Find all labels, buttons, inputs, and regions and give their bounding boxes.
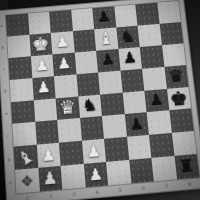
square-g5[interactable] xyxy=(104,137,129,162)
black-rook-h8[interactable]: ♜ xyxy=(178,158,195,176)
square-a1[interactable] xyxy=(6,14,29,37)
square-c5[interactable]: ♟ xyxy=(96,49,120,72)
square-a8[interactable] xyxy=(157,1,181,24)
rank-label-8: 8 xyxy=(178,178,200,190)
black-pawn-a5[interactable]: ♟ xyxy=(97,10,112,26)
square-a7[interactable] xyxy=(135,3,159,26)
white-king-b2[interactable]: ♚ xyxy=(31,34,50,54)
square-f7[interactable] xyxy=(147,111,172,136)
rank-label-6: 6 xyxy=(131,182,155,194)
black-knight-b6[interactable]: ♞ xyxy=(120,29,136,46)
square-b1[interactable] xyxy=(7,35,30,58)
board-corner-logo: ✥ xyxy=(21,173,33,188)
black-pawn-f6[interactable]: ♟ xyxy=(129,116,145,133)
square-h3[interactable] xyxy=(61,164,86,189)
square-f5[interactable] xyxy=(102,114,127,139)
square-g1[interactable]: ♝ xyxy=(14,145,38,170)
black-pawn-c6[interactable]: ♟ xyxy=(122,51,137,67)
black-pawn-c5[interactable]: ♟ xyxy=(100,52,115,68)
black-pawn-e7[interactable]: ♟ xyxy=(149,92,165,108)
square-e7[interactable]: ♟ xyxy=(144,88,169,112)
square-g2[interactable]: ♟ xyxy=(36,143,60,168)
square-c2[interactable]: ♟ xyxy=(30,54,54,78)
white-pawn-g2[interactable]: ♟ xyxy=(41,147,56,164)
square-d2[interactable]: ♟ xyxy=(32,76,56,100)
white-pawn-d2[interactable]: ♟ xyxy=(36,80,51,96)
square-c8[interactable] xyxy=(162,43,186,66)
white-pawn-c3[interactable]: ♟ xyxy=(57,56,72,72)
square-d1[interactable] xyxy=(10,78,34,102)
white-pawn-c2[interactable]: ♟ xyxy=(35,58,50,74)
square-e6[interactable] xyxy=(122,90,146,114)
white-queen-e3[interactable]: ♛ xyxy=(58,98,76,118)
square-b7[interactable] xyxy=(137,24,161,47)
white-bishop-b5[interactable]: ♝ xyxy=(98,30,115,48)
black-queen-d8[interactable]: ♛ xyxy=(167,67,185,85)
square-f3[interactable] xyxy=(57,118,81,143)
square-f1[interactable] xyxy=(12,122,36,147)
square-a2[interactable] xyxy=(28,12,51,35)
square-d4[interactable] xyxy=(76,72,100,96)
square-c7[interactable] xyxy=(140,45,164,68)
square-f8[interactable] xyxy=(169,109,194,133)
square-h6[interactable] xyxy=(129,158,154,183)
square-c6[interactable]: ♟ xyxy=(118,47,142,70)
square-g8[interactable] xyxy=(171,131,196,156)
white-pawn-b3[interactable]: ♟ xyxy=(55,35,70,51)
square-d8[interactable]: ♛ xyxy=(164,65,189,89)
square-g4[interactable]: ♟ xyxy=(81,139,106,164)
square-b8[interactable] xyxy=(159,22,183,45)
square-d3[interactable] xyxy=(54,74,78,98)
square-e4[interactable]: ♞ xyxy=(78,94,102,118)
square-b3[interactable]: ♟ xyxy=(51,31,74,54)
square-d5[interactable] xyxy=(98,70,122,94)
square-e2[interactable] xyxy=(33,98,57,122)
white-pawn-h2[interactable]: ♟ xyxy=(42,170,58,188)
square-a3[interactable] xyxy=(49,10,72,33)
square-h5[interactable] xyxy=(106,160,131,185)
square-e1[interactable] xyxy=(11,100,35,124)
square-e3[interactable]: ♛ xyxy=(56,96,80,120)
square-e5[interactable] xyxy=(100,92,124,116)
square-h1[interactable]: ✥ xyxy=(15,168,39,193)
chess-board-wrapper: abcdefgh 12345678 ♟♚♟♝♞♟♟♟♟♟♛♛♞♟♚♟♝♟♟✥♟♟… xyxy=(0,0,200,200)
square-c3[interactable]: ♟ xyxy=(52,52,76,76)
square-g7[interactable] xyxy=(149,133,174,158)
square-f6[interactable]: ♟ xyxy=(124,113,149,138)
square-e8[interactable]: ♚ xyxy=(166,87,191,111)
white-bishop-g1[interactable]: ♝ xyxy=(14,146,37,170)
square-h2[interactable]: ♟ xyxy=(38,166,63,191)
square-d7[interactable] xyxy=(142,67,166,91)
rank-label-4: 4 xyxy=(85,186,109,198)
square-h7[interactable] xyxy=(151,156,176,181)
square-f4[interactable] xyxy=(80,116,104,141)
black-knight-e4[interactable]: ♞ xyxy=(82,97,98,115)
square-c1[interactable] xyxy=(8,56,31,80)
rank-label-5: 5 xyxy=(108,184,132,196)
square-b6[interactable]: ♞ xyxy=(116,26,140,49)
square-h8[interactable]: ♜ xyxy=(174,154,199,179)
white-pawn-h4[interactable]: ♟ xyxy=(88,166,104,183)
square-b2[interactable]: ♚ xyxy=(29,33,52,56)
square-b5[interactable]: ♝ xyxy=(94,27,118,50)
square-d6[interactable] xyxy=(120,68,144,92)
rank-label-7: 7 xyxy=(154,180,178,192)
square-h4[interactable]: ♟ xyxy=(83,162,108,187)
square-g6[interactable] xyxy=(126,135,151,160)
square-a6[interactable] xyxy=(114,5,138,28)
board-photo: abcdefgh 12345678 ♟♚♟♝♞♟♟♟♟♟♛♛♞♟♚♟♝♟♟✥♟♟… xyxy=(0,0,200,200)
square-a4[interactable] xyxy=(71,8,94,31)
square-f2[interactable] xyxy=(35,120,59,145)
chess-board: abcdefgh 12345678 ♟♚♟♝♞♟♟♟♟♟♛♛♞♟♚♟♝♟♟✥♟♟… xyxy=(0,0,200,200)
square-a5[interactable]: ♟ xyxy=(92,6,116,29)
board-grid: ♟♚♟♝♞♟♟♟♟♟♛♛♞♟♚♟♝♟♟✥♟♟♜ xyxy=(5,0,200,195)
white-pawn-g4[interactable]: ♟ xyxy=(86,143,102,160)
black-king-e8[interactable]: ♚ xyxy=(169,88,189,109)
square-g3[interactable] xyxy=(59,141,83,166)
square-c4[interactable] xyxy=(74,51,98,75)
square-b4[interactable] xyxy=(72,29,96,52)
